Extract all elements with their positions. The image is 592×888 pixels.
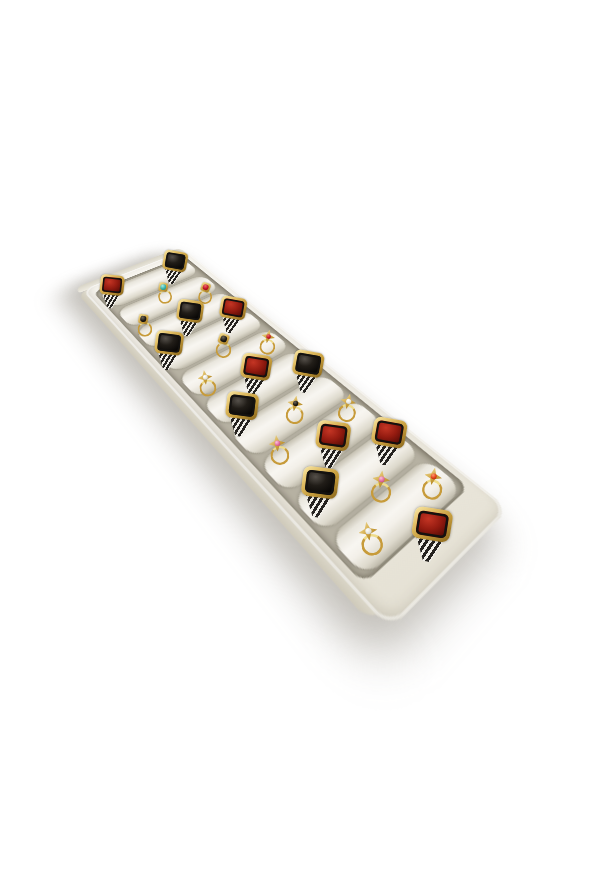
- square-stone-red: [221, 298, 244, 318]
- gold-bezel: [99, 274, 125, 296]
- gem-orange: [430, 473, 437, 480]
- gem-setting: [137, 313, 148, 324]
- square-stone-red: [102, 276, 123, 293]
- product-photo: [0, 0, 592, 888]
- solitaire-ring-black: [214, 333, 231, 359]
- gem-black: [292, 400, 298, 406]
- signet-ring-black: [222, 391, 260, 443]
- gold-bezel: [239, 352, 273, 381]
- signet-ring-red: [366, 416, 408, 473]
- gem-white: [202, 375, 208, 381]
- gem-pink: [274, 440, 280, 446]
- square-stone-red: [243, 355, 270, 378]
- signet-ring-black: [152, 330, 185, 376]
- solitaire-ring-black: [136, 314, 151, 338]
- gold-bezel: [225, 391, 260, 421]
- star-ring-pink: [266, 434, 289, 466]
- square-stone-black: [164, 252, 186, 270]
- square-stone-red: [318, 423, 348, 448]
- signet-ring-black: [288, 349, 326, 400]
- square-stone-black: [179, 301, 202, 320]
- star-ring-white: [355, 520, 384, 558]
- gem-turquoise: [160, 284, 166, 290]
- square-stone-red: [374, 420, 404, 446]
- gem-setting: [158, 282, 168, 292]
- star-ring-orange: [418, 465, 446, 501]
- square-stone-black: [305, 469, 336, 495]
- square-stone-black: [157, 333, 181, 353]
- gem-black: [140, 316, 146, 322]
- square-stone-red: [415, 510, 449, 539]
- signet-ring-red: [407, 506, 454, 570]
- gem-red: [202, 284, 209, 291]
- star-ring-white: [334, 391, 359, 423]
- gem-black: [220, 335, 227, 342]
- gold-bezel: [370, 416, 408, 449]
- square-stone-black: [228, 394, 256, 417]
- gold-ring-band: [269, 445, 290, 466]
- signet-ring-black: [297, 465, 339, 524]
- signet-ring-red: [97, 274, 125, 313]
- gold-ring-band: [198, 378, 217, 397]
- gem-red: [265, 334, 271, 340]
- gold-bezel: [300, 465, 339, 499]
- gem-white: [364, 528, 371, 535]
- star-ring-pink: [367, 469, 393, 504]
- gold-bezel: [176, 298, 205, 323]
- star-ring-red: [256, 328, 278, 356]
- square-stone-black: [295, 352, 322, 375]
- solitaire-ring-turquoise: [156, 282, 171, 305]
- star-ring-black: [282, 394, 306, 425]
- star-ring-white: [195, 369, 217, 398]
- gold-ring-band: [360, 532, 385, 557]
- gold-bezel: [315, 419, 352, 451]
- gem-pink: [378, 476, 385, 483]
- gem-white: [345, 398, 351, 404]
- gold-bezel: [154, 330, 185, 356]
- gold-bezel: [411, 506, 454, 544]
- rings-layer: [0, 0, 592, 888]
- gold-bezel: [291, 349, 325, 379]
- gold-bezel: [162, 249, 189, 273]
- gold-bezel: [218, 295, 247, 321]
